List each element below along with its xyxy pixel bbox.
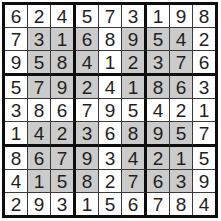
cell-r8c1: 4 xyxy=(5,170,28,193)
cell-r2c9: 2 xyxy=(193,28,215,51)
cell-r4c8: 6 xyxy=(170,76,193,99)
cell-r5c6: 5 xyxy=(122,99,147,122)
cell-r7c4: 9 xyxy=(76,147,99,170)
cell-r1c7: 1 xyxy=(147,5,170,28)
cell-r8c7: 6 xyxy=(147,170,170,193)
cell-r5c1: 3 xyxy=(5,99,28,122)
cell-r6c9: 7 xyxy=(193,122,215,147)
cell-r6c4: 3 xyxy=(76,122,99,147)
cell-r7c2: 6 xyxy=(28,147,51,170)
cell-r2c1: 7 xyxy=(5,28,28,51)
cell-r9c3: 3 xyxy=(51,193,76,215)
cell-r8c2: 1 xyxy=(28,170,51,193)
cell-r2c3: 1 xyxy=(51,28,76,51)
cell-r6c7: 9 xyxy=(147,122,170,147)
cell-r9c4: 1 xyxy=(76,193,99,215)
cell-r4c4: 2 xyxy=(76,76,99,99)
cell-r9c6: 6 xyxy=(122,193,147,215)
cell-r1c1: 6 xyxy=(5,5,28,28)
cell-r2c2: 3 xyxy=(28,28,51,51)
cell-r6c3: 2 xyxy=(51,122,76,147)
cell-r1c3: 4 xyxy=(51,5,76,28)
cell-r3c9: 6 xyxy=(193,51,215,76)
sudoku-board: 6245731987316895429584123765792418633867… xyxy=(2,2,218,218)
cell-r3c7: 3 xyxy=(147,51,170,76)
cell-r5c7: 4 xyxy=(147,99,170,122)
cell-r5c9: 1 xyxy=(193,99,215,122)
cell-r5c2: 8 xyxy=(28,99,51,122)
cell-r1c5: 7 xyxy=(99,5,122,28)
cell-r2c4: 6 xyxy=(76,28,99,51)
cell-r7c1: 8 xyxy=(5,147,28,170)
cell-r9c1: 2 xyxy=(5,193,28,215)
cell-r6c5: 6 xyxy=(99,122,122,147)
cell-r9c7: 7 xyxy=(147,193,170,215)
cell-r3c4: 4 xyxy=(76,51,99,76)
cell-r4c6: 1 xyxy=(122,76,147,99)
cell-r1c6: 3 xyxy=(122,5,147,28)
cell-r2c7: 5 xyxy=(147,28,170,51)
cell-r3c5: 1 xyxy=(99,51,122,76)
cell-r7c7: 2 xyxy=(147,147,170,170)
cell-r7c6: 4 xyxy=(122,147,147,170)
cell-r3c6: 2 xyxy=(122,51,147,76)
cell-r7c8: 1 xyxy=(170,147,193,170)
cell-r2c5: 8 xyxy=(99,28,122,51)
cell-r5c3: 6 xyxy=(51,99,76,122)
cell-r4c3: 9 xyxy=(51,76,76,99)
cell-r4c9: 3 xyxy=(193,76,215,99)
cell-r5c4: 7 xyxy=(76,99,99,122)
cell-r4c2: 7 xyxy=(28,76,51,99)
cell-r6c8: 5 xyxy=(170,122,193,147)
cell-r5c5: 9 xyxy=(99,99,122,122)
cell-r1c8: 9 xyxy=(170,5,193,28)
cell-r2c6: 9 xyxy=(122,28,147,51)
cell-r6c2: 4 xyxy=(28,122,51,147)
cell-r3c2: 5 xyxy=(28,51,51,76)
cell-r6c6: 8 xyxy=(122,122,147,147)
cell-r5c8: 2 xyxy=(170,99,193,122)
cell-r3c1: 9 xyxy=(5,51,28,76)
cell-r8c8: 3 xyxy=(170,170,193,193)
cell-r7c9: 5 xyxy=(193,147,215,170)
cell-r8c5: 2 xyxy=(99,170,122,193)
cell-r9c2: 9 xyxy=(28,193,51,215)
cell-r8c9: 9 xyxy=(193,170,215,193)
cell-r3c3: 8 xyxy=(51,51,76,76)
cell-r7c3: 7 xyxy=(51,147,76,170)
cell-r9c8: 8 xyxy=(170,193,193,215)
cell-r4c5: 4 xyxy=(99,76,122,99)
cell-r8c3: 5 xyxy=(51,170,76,193)
cell-r3c8: 7 xyxy=(170,51,193,76)
cell-r2c8: 4 xyxy=(170,28,193,51)
cell-r4c1: 5 xyxy=(5,76,28,99)
cell-r9c5: 5 xyxy=(99,193,122,215)
cell-r6c1: 1 xyxy=(5,122,28,147)
cell-r1c4: 5 xyxy=(76,5,99,28)
cell-r9c9: 4 xyxy=(193,193,215,215)
cell-r4c7: 8 xyxy=(147,76,170,99)
cell-r8c6: 7 xyxy=(122,170,147,193)
cell-r7c5: 3 xyxy=(99,147,122,170)
cell-r1c9: 8 xyxy=(193,5,215,28)
cell-r1c2: 2 xyxy=(28,5,51,28)
cell-r8c4: 8 xyxy=(76,170,99,193)
